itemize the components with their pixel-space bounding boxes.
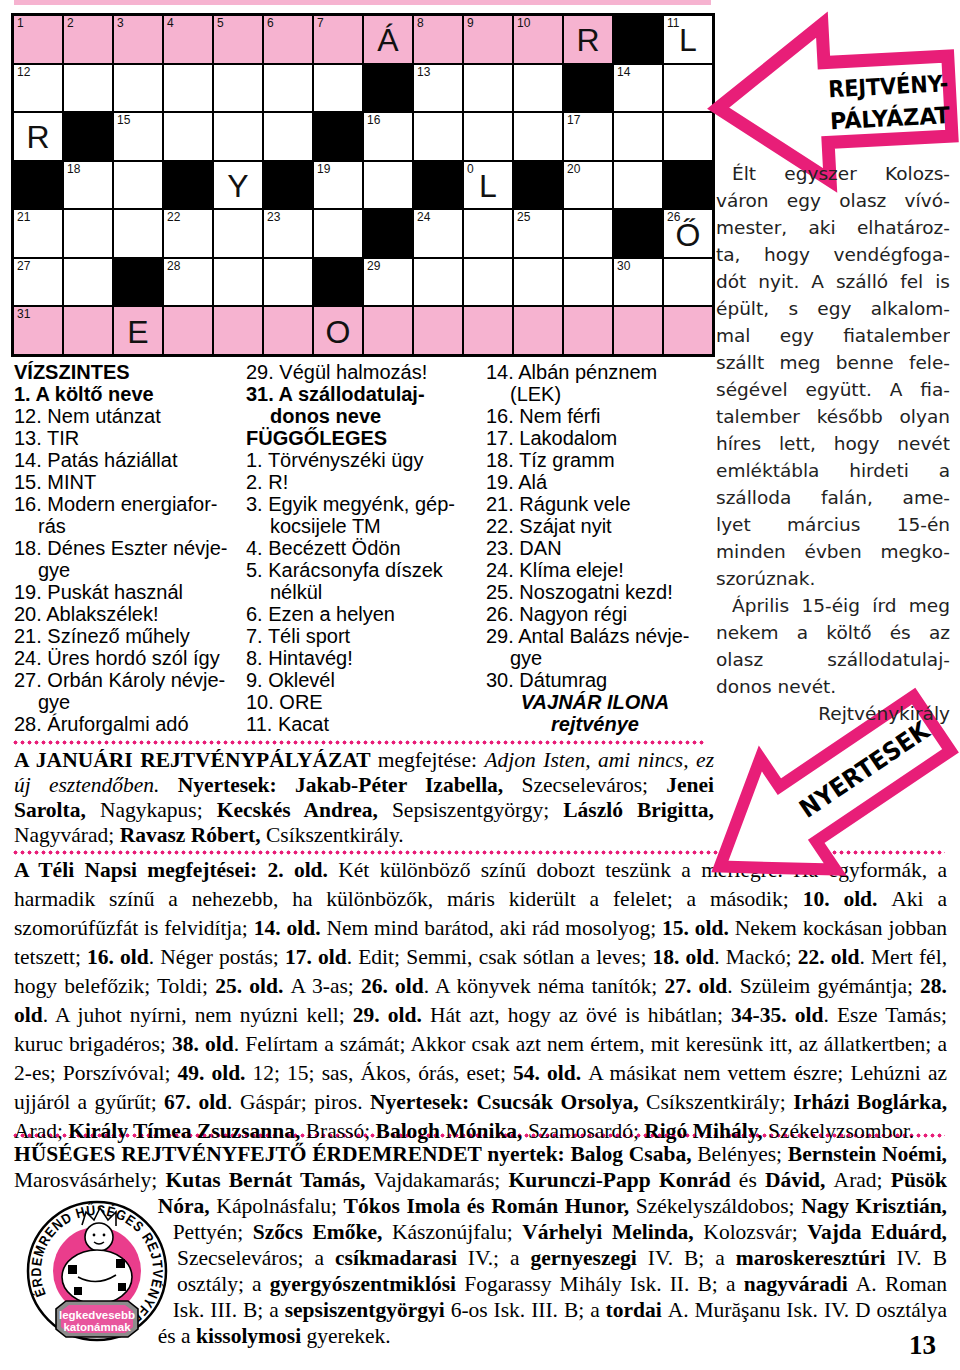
plaque-line2: katonámnak [63,1321,131,1333]
text-run: 27. old [664,974,727,998]
grid-cell-r2c5[interactable] [213,64,263,113]
cell-number: 14 [617,66,630,78]
grid-cell-r6c7 [313,258,363,307]
text-run: 49. old. [177,1061,252,1085]
cell-letter: L [479,168,497,205]
cell-number: 10 [517,17,530,29]
text-run: Brassó; [306,1119,376,1143]
text-run: Kolozsvár; [703,1220,807,1244]
grid-cell-r7c1[interactable]: 31 [13,306,63,355]
clue: 11. Kacat [246,713,480,735]
cell-number: 12 [17,66,30,78]
cell-number: 16 [367,114,380,126]
grid-cell-r3c8[interactable]: 16 [363,112,413,161]
text-run: Csíkszentkirály; [646,1090,793,1114]
text-run: Nyertesek: Csucsák Orsolya, [370,1090,646,1114]
grid-cell-r4c13[interactable] [613,161,663,210]
text-run: 29. old. [353,1003,430,1027]
text-run: Szőcs Emőke, [253,1220,392,1244]
clues-column-middle: 29. Végül halmozás!31. A szállodatulaj-d… [246,361,480,735]
grid-cell-r2c10[interactable] [463,64,513,113]
grid-cell-r4c5[interactable]: Y [213,161,263,210]
clue: 16. Nem férfi [486,405,714,427]
grid-cell-r2c7[interactable] [313,64,363,113]
text-run: Nyertesek: Jakab-Péter Izabella, [178,773,522,797]
grid-cell-r6c4[interactable]: 28 [163,258,213,307]
cell-number: 4 [167,17,174,29]
cell-number: 23 [267,211,280,223]
grid-cell-r5c11[interactable]: 25 [513,209,563,258]
cell-number: 2 [67,17,74,29]
grid-cell-r7c9[interactable] [413,306,463,355]
grid-cell-r2c12 [563,64,613,113]
cell-number: 18 [67,163,80,175]
grid-cell-r5c6[interactable]: 23 [263,209,313,258]
text-run: Kutas Bernát Tamás, [166,1168,374,1192]
grid-cell-r1c3[interactable]: 3 [113,15,163,64]
january-results-paragraph: A JANUÁRI REJTVÉNYPÁLYÁZAT megfejtése: A… [14,748,714,848]
clue: 19. Puskát használ [14,581,244,603]
cell-number: 20 [567,163,580,175]
grid-cell-r2c2[interactable] [63,64,113,113]
clue: 7. Téli sport [246,625,480,647]
story-line: Április 15-éig írd meg [716,592,950,619]
cell-letter: R [26,119,49,156]
text-run: . A juhot nyírni, nem nyúzni kell; [43,1003,353,1027]
story-line: olasz szállodatulaj- [716,646,950,673]
story-line: ta, hogy vendégfoga- [716,241,950,268]
grid-cell-r1c11[interactable]: 10 [513,15,563,64]
story-line: híres lett, hogy nevét [716,430,950,457]
text-run: 18. old [653,945,715,969]
text-run: Rigó Mihály, [644,1119,768,1143]
grid-cell-r6c11[interactable] [513,258,563,307]
puzzle-story: Élt egyszer Kolozs-váron egy olasz vívó-… [716,160,950,727]
clue-continuation: (LEK) [486,383,714,405]
clue: 28. Áruforgalmi adó [14,713,244,735]
clue-continuation: donos neve [246,405,480,427]
cell-letter: R [576,22,599,59]
grid-cell-r6c14[interactable] [663,258,713,307]
text-run: A JANUÁRI REJTVÉNYPÁLYÁZAT [14,748,378,772]
grid-cell-r6c1[interactable]: 27 [13,258,63,307]
cell-number: 22 [167,211,180,223]
text-run: 17. old [285,945,347,969]
grid-cell-r3c10[interactable] [463,112,513,161]
cell-letter: Y [227,168,248,205]
dotted-separator-1 [12,740,706,745]
cell-number: 30 [617,260,630,272]
erdemrend-paragraph: ÉRDEMREND HŰSÉGES REJTVÉNYFEJTŐ [14,1141,947,1349]
grid-cell-r3c2 [63,112,113,161]
text-run: Nagyvárad; [14,823,120,847]
text-run: IV. B; a [648,1246,736,1270]
grid-cell-r7c6[interactable] [263,306,313,355]
grid-cell-r4c3[interactable] [113,161,163,210]
clue: 6. Ezen a helyen [246,603,480,625]
grid-cell-r3c7 [313,112,363,161]
clue: 21. Rágunk vele [486,493,714,515]
grid-cell-r4c11 [513,161,563,210]
grid-cell-r6c12[interactable] [563,258,613,307]
grid-cell-r4c1 [13,161,63,210]
grid-cell-r7c2[interactable] [63,306,113,355]
text-run: Vajda Eduárd, [807,1220,947,1244]
cell-number: 8 [417,17,424,29]
text-run: 6-os Isk. III. B; a [451,1298,606,1322]
text-run: Kurunczi-Papp Konrád [509,1168,739,1192]
clue: 13. TIR [14,427,244,449]
text-run: Nagy Krisztián, [801,1194,947,1218]
text-run: Bernstein Noémi, [788,1142,947,1166]
text-run: 38. old [172,1032,234,1056]
text-run: Székelyzsombor. [768,1119,914,1143]
grid-cell-r7c13[interactable] [613,306,663,355]
text-run: 54. old. [513,1061,588,1085]
text-run: Csíkszentkirály. [266,823,404,847]
cell-number: 15 [117,114,130,126]
grid-cell-r5c12[interactable] [563,209,613,258]
text-run: Szecseleváros; [521,773,666,797]
clue: 25. Noszogatni kezd! [486,581,714,603]
cell-number: 24 [417,211,430,223]
text-run: Balogh Mónika, [376,1119,528,1143]
text-run: Arad; [14,1119,68,1143]
grid-cell-r2c8 [363,64,413,113]
cell-letter: L [679,22,697,59]
text-run: 26. old [361,974,424,998]
grid-cell-r1c8[interactable]: Á [363,15,413,64]
text-run: Várhelyi Melinda, [522,1220,703,1244]
grid-cell-r2c13[interactable]: 14 [613,64,663,113]
cell-number: 0 [467,163,474,175]
clue: 26. Nagyon régi [486,603,714,625]
clue-continuation: nélkül [246,581,480,603]
cell-number: 29 [367,260,380,272]
grid-cell-r7c12[interactable] [563,306,613,355]
clue: 4. Becézett Ödön [246,537,480,559]
cell-number: 17 [567,114,580,126]
clue: 5. Karácsonyfa díszek [246,559,480,581]
grid-cell-r5c9[interactable]: 24 [413,209,463,258]
text-run: Ravasz Róbert, [120,823,266,847]
story-line: szorúznak. [716,565,950,592]
cell-number: 19 [317,163,330,175]
page-number: 13 [909,1330,936,1361]
clue: 31. A szállodatulaj- [246,383,480,405]
clue: 24. Üres hordó szól így [14,647,244,669]
crossword-grid: 1234567Á8910R11L121314R15161718Y190L2021… [11,13,715,357]
clue: VÍZSZINTES [14,361,244,383]
text-run: Tókos Imola és Román Hunor, [344,1194,636,1218]
clue: 24. Klíma eleje! [486,559,714,581]
story-line: talember később olyan [716,403,950,430]
grid-cell-r1c5[interactable]: 5 [213,15,263,64]
cell-number: 1 [17,17,24,29]
cell-number: 25 [517,211,530,223]
grid-cell-r7c7[interactable]: O [313,306,363,355]
grid-cell-r3c5[interactable] [213,112,263,161]
text-run: gyergyószentmiklósi [270,1272,464,1296]
grid-cell-r5c1[interactable]: 21 [13,209,63,258]
text-run: Nagykapus; [100,798,217,822]
text-run: tordai [606,1298,668,1322]
clue: 22. Szájat nyit [486,515,714,537]
grid-cell-r7c3[interactable]: E [113,306,163,355]
text-run: A 3-as; [290,974,361,998]
grid-cell-r7c5[interactable] [213,306,263,355]
clue: 10. ORE [246,691,480,713]
text-run: megfejtése: [378,748,485,772]
grid-cell-r4c2[interactable]: 18 [63,161,113,210]
grid-cell-r7c8[interactable] [363,306,413,355]
text-run: Irházi Boglárka, [793,1090,947,1114]
text-run: Vajdakamarás; [374,1168,509,1192]
text-run: maroskeresztúri [736,1246,897,1270]
clue: 21. Színező műhely [14,625,244,647]
grid-cell-r6c6[interactable] [263,258,313,307]
text-run: Király Tímea Zsuzsanna, [68,1119,305,1143]
nyertesek-arrow: NYERTESEK [692,700,960,890]
grid-cell-r6c5[interactable] [213,258,263,307]
grid-cell-r2c3[interactable] [113,64,163,113]
story-line: donos nevét. [716,673,950,700]
grid-cell-r3c4[interactable] [163,112,213,161]
clue-continuation: gye [14,559,244,581]
story-line: emléktábla hirdeti a [716,457,950,484]
grid-cell-r1c9[interactable]: 8 [413,15,463,64]
text-run: . Néger postás; [149,945,285,969]
clue: 16. Modern energiafor- [14,493,244,515]
grid-cell-r1c2[interactable]: 2 [63,15,113,64]
text-run: . Gáspár; piros. [227,1090,370,1114]
story-line: lyet március 15-én [716,511,950,538]
text-run: Belényes; [697,1142,788,1166]
story-line: mester, aki elhatároz- [716,214,950,241]
cell-number: 13 [417,66,430,78]
text-run: 14. old. [254,916,327,940]
text-run: Kászonújfalu; [392,1220,522,1244]
clues-column-down: 14. Albán pénznem(LEK)16. Nem férfi17. L… [486,361,714,735]
grid-cell-r5c4[interactable]: 22 [163,209,213,258]
clue: 29. Végül halmozás! [246,361,480,383]
top-pink-strip [14,0,711,5]
clue: 1. Törvényszéki ügy [246,449,480,471]
text-run: A Téli Napsi megfejtései: 2. old. [14,858,338,882]
text-run: Hát azt, hogy az övé is hibátlan; [430,1003,731,1027]
text-run: . Mackó; [714,945,797,969]
cell-number: 5 [217,17,224,29]
clue: 18. Tíz gramm [486,449,714,471]
text-run: 12; 15; sas, Ákos, órás, eset; [253,1061,513,1085]
story-line: mal egy fiatalember [716,322,950,349]
story-line: Rejtvénykirály [716,700,950,727]
clue: 8. Hintavég! [246,647,480,669]
grid-cell-r5c2[interactable] [63,209,113,258]
grid-cell-r5c3[interactable] [113,209,163,258]
grid-cell-r1c6[interactable]: 6 [263,15,313,64]
story-line: nekem a költő és az [716,619,950,646]
clue: 14. Patás háziállat [14,449,244,471]
cell-number: 31 [17,308,30,320]
cell-letter: O [326,314,351,351]
grid-cell-r6c3 [113,258,163,307]
grid-cell-r4c7[interactable]: 19 [313,161,363,210]
clue: 17. Lakodalom [486,427,714,449]
grid-cell-r1c10[interactable]: 9 [463,15,513,64]
text-run: . A könyvek néma tanítók; [424,974,665,998]
story-line: Élt egyszer Kolozs- [716,160,950,187]
grid-cell-r6c2[interactable] [63,258,113,307]
grid-cell-r5c14[interactable]: 26Ő [663,209,713,258]
grid-cell-r2c4[interactable] [163,64,213,113]
text-run: . Szüleim gyémántja; [727,974,920,998]
clue: rejtvénye [486,713,714,735]
cell-letter: E [127,314,148,351]
grid-cell-r1c13 [613,15,663,64]
clue-continuation: kocsijele TM [246,515,480,537]
grid-cell-r3c3[interactable]: 15 [113,112,163,161]
grid-cell-r5c10[interactable] [463,209,513,258]
grid-cell-r2c11[interactable] [513,64,563,113]
grid-cell-r5c13 [613,209,663,258]
text-run: Szecseleváros; a [177,1246,335,1270]
cell-number: 6 [267,17,274,29]
grid-cell-r3c6[interactable] [263,112,313,161]
clue: VAJNÁR ILONA [486,691,714,713]
clue: 14. Albán pénznem [486,361,714,383]
grid-cell-r1c12[interactable]: R [563,15,613,64]
text-run: Kecskés Andrea, [217,798,392,822]
text-run: Arad; [834,1168,891,1192]
clue-continuation: gye [486,647,714,669]
grid-cell-r2c1[interactable]: 12 [13,64,63,113]
grid-cell-r3c12[interactable]: 17 [563,112,613,161]
text-run: 10. old. [803,887,892,911]
clue: 19. Alá [486,471,714,493]
text-run: csíkmadarasi [335,1246,468,1270]
cell-number: 11 [667,17,679,29]
story-line: váron egy olasz vívó- [716,187,950,214]
text-run: IV.; a [468,1246,531,1270]
clue: 23. DAN [486,537,714,559]
grid-cell-r6c9[interactable] [413,258,463,307]
grid-cell-r6c8[interactable]: 29 [363,258,413,307]
grid-cell-r2c6[interactable] [263,64,313,113]
cell-letter: Á [377,22,398,59]
clue: 3. Egyik megyénk, gép- [246,493,480,515]
grid-cell-r4c9 [413,161,463,210]
text-run: 34-35. old [731,1003,823,1027]
text-run: Dávid, [765,1168,834,1192]
text-run: 67. old [164,1090,227,1114]
cell-number: 9 [467,17,474,29]
text-run: Szamosardó; [528,1119,644,1143]
clue: 18. Dénes Eszter névje- [14,537,244,559]
grid-cell-r4c8[interactable] [363,161,413,210]
clue: 15. MINT [14,471,244,493]
grid-cell-r1c7[interactable]: 7 [313,15,363,64]
text-run: Kápolnásfalu; [216,1194,343,1218]
clue: 20. Ablakszélek! [14,603,244,625]
clue: 2. R! [246,471,480,493]
text-run: nagyváradi [744,1272,856,1296]
text-run: Fogarassy Mihály Isk. II. B; a [464,1272,743,1296]
grid-cell-r7c11[interactable] [513,306,563,355]
text-run: 22. old [798,945,860,969]
text-run: sepsiszentgyörgyi [285,1298,451,1322]
medal-plaque: legkedvesebb katonámnak [56,1301,138,1337]
grid-cell-r1c1[interactable]: 1 [13,15,63,64]
grid-cell-r7c10[interactable] [463,306,513,355]
story-line: minden évben megko- [716,538,950,565]
text-run: Nem mind barátod, aki rád mosolyog; [326,916,662,940]
cell-number: 3 [117,17,124,29]
text-run: gernyeszegi [531,1246,648,1270]
text-run: 15. old. [662,916,735,940]
grid-cell-r6c10[interactable] [463,258,513,307]
text-run: 25. old. [215,974,290,998]
cell-number: 26 [667,211,680,223]
clue: 1. A költő neve [14,383,244,405]
grid-cell-r3c9[interactable] [413,112,463,161]
grid-cell-r4c10[interactable]: 0L [463,161,513,210]
cell-number: 27 [17,260,30,272]
grid-cell-r6c13[interactable]: 30 [613,258,663,307]
clue: 27. Orbán Károly névje- [14,669,244,691]
clue: 9. Oklevél [246,669,480,691]
text-run: és [739,1168,765,1192]
text-run: HŰSÉGES REJTVÉNYFEJTŐ ÉRDEMRENDET nyerte… [14,1142,697,1166]
clue: 30. Dátumrag [486,669,714,691]
story-line: dót nyit. A szálló fel is [716,268,950,295]
clue-continuation: rás [14,515,244,537]
grid-cell-r1c4[interactable]: 4 [163,15,213,64]
story-line: szálloda falán, ame- [716,484,950,511]
clue: 12. Nem utánzat [14,405,244,427]
text-run: Marosvásárhely; [14,1168,166,1192]
story-line: szállt meg benne fele- [716,349,950,376]
grid-cell-r7c4[interactable] [163,306,213,355]
text-run: kissolymosi [196,1324,307,1348]
grid-cell-r3c11[interactable] [513,112,563,161]
text-run: Pettyén; [173,1220,253,1244]
story-line: ségével együtt. A fia- [716,376,950,403]
grid-cell-r5c7[interactable] [313,209,363,258]
clues-column-across: VÍZSZINTES1. A költő neve12. Nem utánzat… [14,361,244,735]
cell-number: 7 [317,17,324,29]
grid-cell-r5c8 [363,209,413,258]
text-run: Sepsiszentgyörgy; [392,798,563,822]
grid-cell-r4c12[interactable]: 20 [563,161,613,210]
clue: 29. Antal Balázs névje- [486,625,714,647]
grid-cell-r3c13[interactable] [613,112,663,161]
clue-continuation: gye [14,691,244,713]
text-run: gyerekek. [307,1324,391,1348]
text-run: 16. old [87,945,149,969]
grid-cell-r5c5[interactable] [213,209,263,258]
cell-number: 28 [167,260,180,272]
grid-cell-r3c1[interactable]: R [13,112,63,161]
text-run: Székelyszáldobos; [636,1194,801,1218]
story-line: épült, s egy alkalom- [716,295,950,322]
grid-cell-r2c9[interactable]: 13 [413,64,463,113]
clue: FÜGGŐLEGES [246,427,480,449]
text-run: . Edit; Semmi, csak sótlan a leves; [347,945,653,969]
teli-napsi-results-paragraph: A Téli Napsi megfejtései: 2. old. Két kü… [14,856,947,1146]
cell-number: 21 [17,211,30,223]
grid-cell-r7c14[interactable] [663,306,713,355]
